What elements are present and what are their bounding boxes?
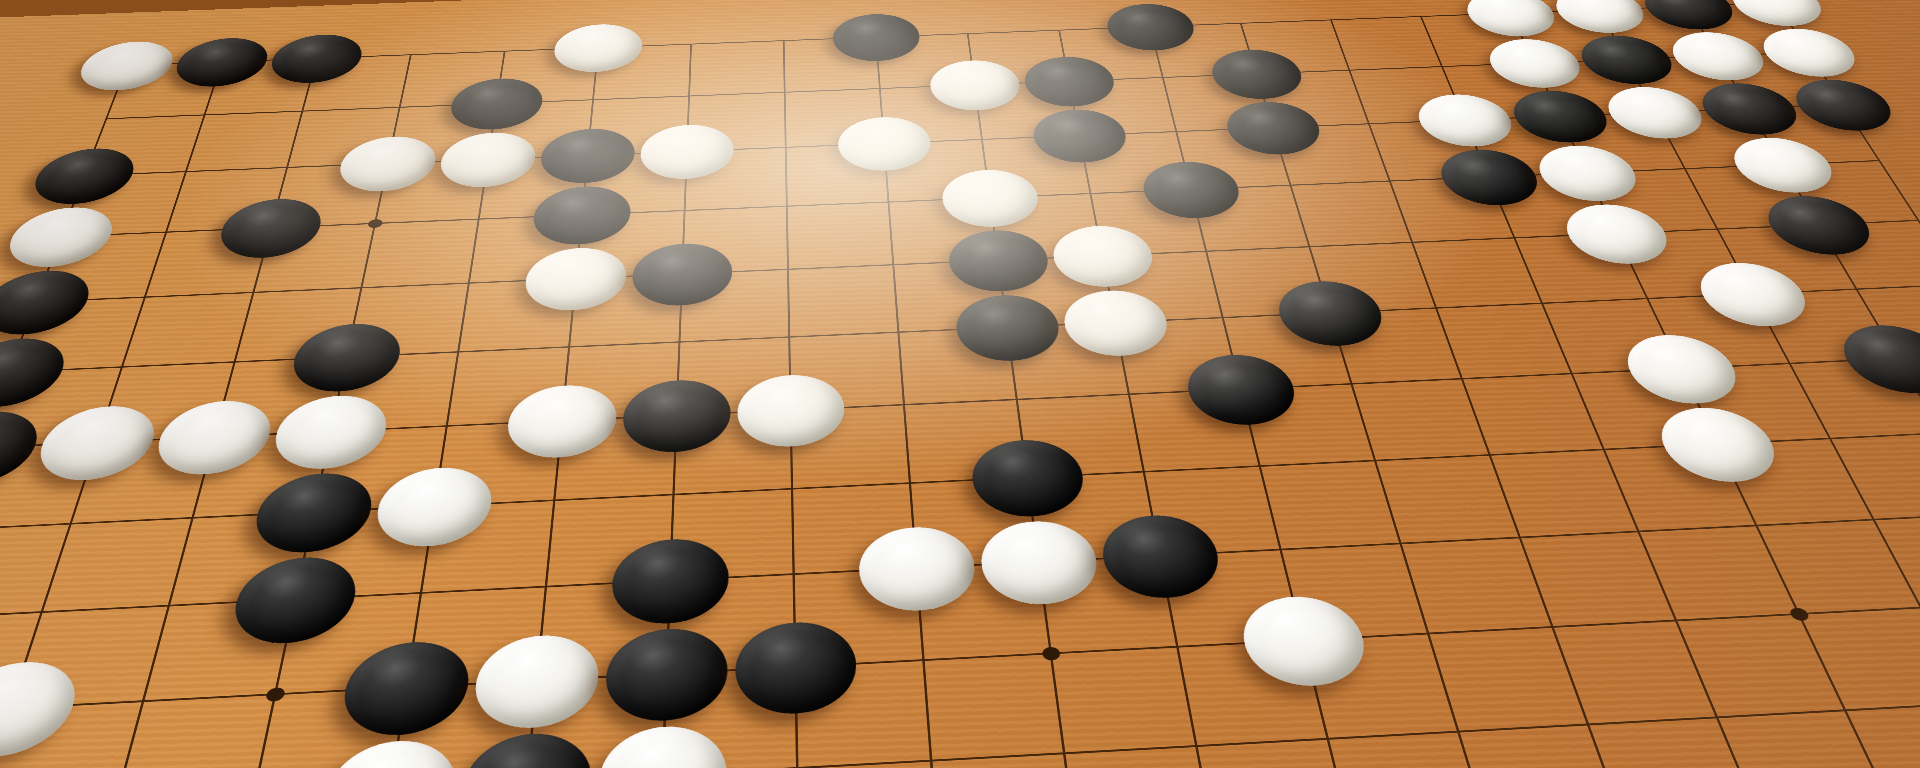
- black-stone: [25, 147, 142, 206]
- black-stone: [832, 13, 922, 63]
- black-stone: [735, 619, 858, 716]
- star-point: [265, 687, 286, 702]
- white-stone: [268, 393, 392, 471]
- white-stone: [1410, 93, 1521, 148]
- star-point: [1787, 607, 1810, 621]
- white-stone: [1597, 85, 1713, 140]
- white-stone: [596, 723, 727, 768]
- black-stone: [630, 242, 732, 308]
- white-stone: [737, 373, 846, 449]
- white-stone: [504, 383, 619, 460]
- white-stone: [1648, 405, 1789, 484]
- white-stone: [317, 738, 461, 768]
- white-stone: [436, 131, 538, 189]
- white-stone: [639, 123, 734, 180]
- white-stone: [857, 524, 978, 613]
- black-stone: [1504, 89, 1618, 144]
- black-stone: [1690, 82, 1809, 137]
- black-stone: [286, 322, 405, 394]
- white-stone: [837, 115, 933, 172]
- black-stone: [0, 336, 74, 409]
- white-stone: [1615, 333, 1750, 406]
- black-stone: [1206, 48, 1308, 100]
- star-point: [367, 219, 383, 228]
- white-stone: [1546, 0, 1654, 34]
- black-stone: [169, 37, 274, 89]
- black-stone: [1571, 34, 1683, 85]
- black-stone: [336, 639, 473, 738]
- white-stone: [551, 23, 643, 74]
- white-stone: [1529, 144, 1647, 203]
- scene: [0, 0, 1920, 768]
- black-stone: [1828, 323, 1920, 395]
- black-stone: [265, 33, 367, 84]
- white-stone: [1049, 224, 1158, 289]
- goban: [0, 0, 1920, 768]
- black-stone: [1138, 160, 1246, 220]
- black-stone: [447, 77, 545, 131]
- grid-lines: [0, 3, 1920, 768]
- white-stone: [72, 40, 180, 92]
- white-stone: [0, 205, 121, 268]
- white-stone: [0, 659, 86, 760]
- white-stone: [334, 135, 440, 193]
- white-stone: [1555, 203, 1678, 266]
- white-stone: [1751, 27, 1867, 78]
- black-stone: [603, 626, 728, 724]
- black-stone: [1634, 0, 1744, 31]
- white-stone: [522, 246, 628, 312]
- go-board-photo: [0, 0, 1920, 768]
- black-stone: [609, 536, 728, 626]
- black-stone: [1181, 353, 1303, 427]
- white-stone: [1059, 288, 1173, 357]
- black-stone: [1755, 194, 1884, 256]
- black-stone: [1220, 100, 1326, 156]
- white-stone: [1458, 0, 1563, 38]
- white-stone: [371, 465, 496, 549]
- black-stone: [968, 438, 1088, 519]
- white-stone: [1687, 261, 1819, 328]
- star-point: [1041, 646, 1060, 660]
- white-stone: [1721, 0, 1833, 27]
- black-stone: [213, 197, 327, 260]
- white-stone: [470, 632, 601, 730]
- black-stone: [538, 127, 637, 185]
- black-stone: [1096, 513, 1225, 601]
- white-stone: [977, 519, 1102, 607]
- black-stone: [1029, 108, 1130, 164]
- black-stone: [946, 228, 1052, 293]
- white-stone: [1721, 136, 1845, 194]
- black-stone: [1102, 2, 1199, 51]
- black-stone: [953, 293, 1063, 363]
- black-stone: [530, 184, 632, 246]
- white-stone: [939, 168, 1041, 229]
- white-stone: [1235, 594, 1375, 689]
- black-stone: [1021, 55, 1119, 108]
- black-stone: [226, 555, 362, 646]
- white-stone: [29, 404, 163, 483]
- black-stone: [0, 269, 98, 337]
- black-stone: [621, 378, 731, 454]
- black-stone: [457, 730, 594, 768]
- black-stone: [1271, 279, 1391, 348]
- white-stone: [1661, 31, 1775, 82]
- black-stone: [247, 471, 377, 555]
- white-stone: [149, 399, 278, 477]
- black-stone: [1432, 148, 1548, 207]
- white-stone: [1480, 38, 1589, 90]
- black-stone: [1783, 78, 1904, 132]
- white-stone: [928, 59, 1023, 112]
